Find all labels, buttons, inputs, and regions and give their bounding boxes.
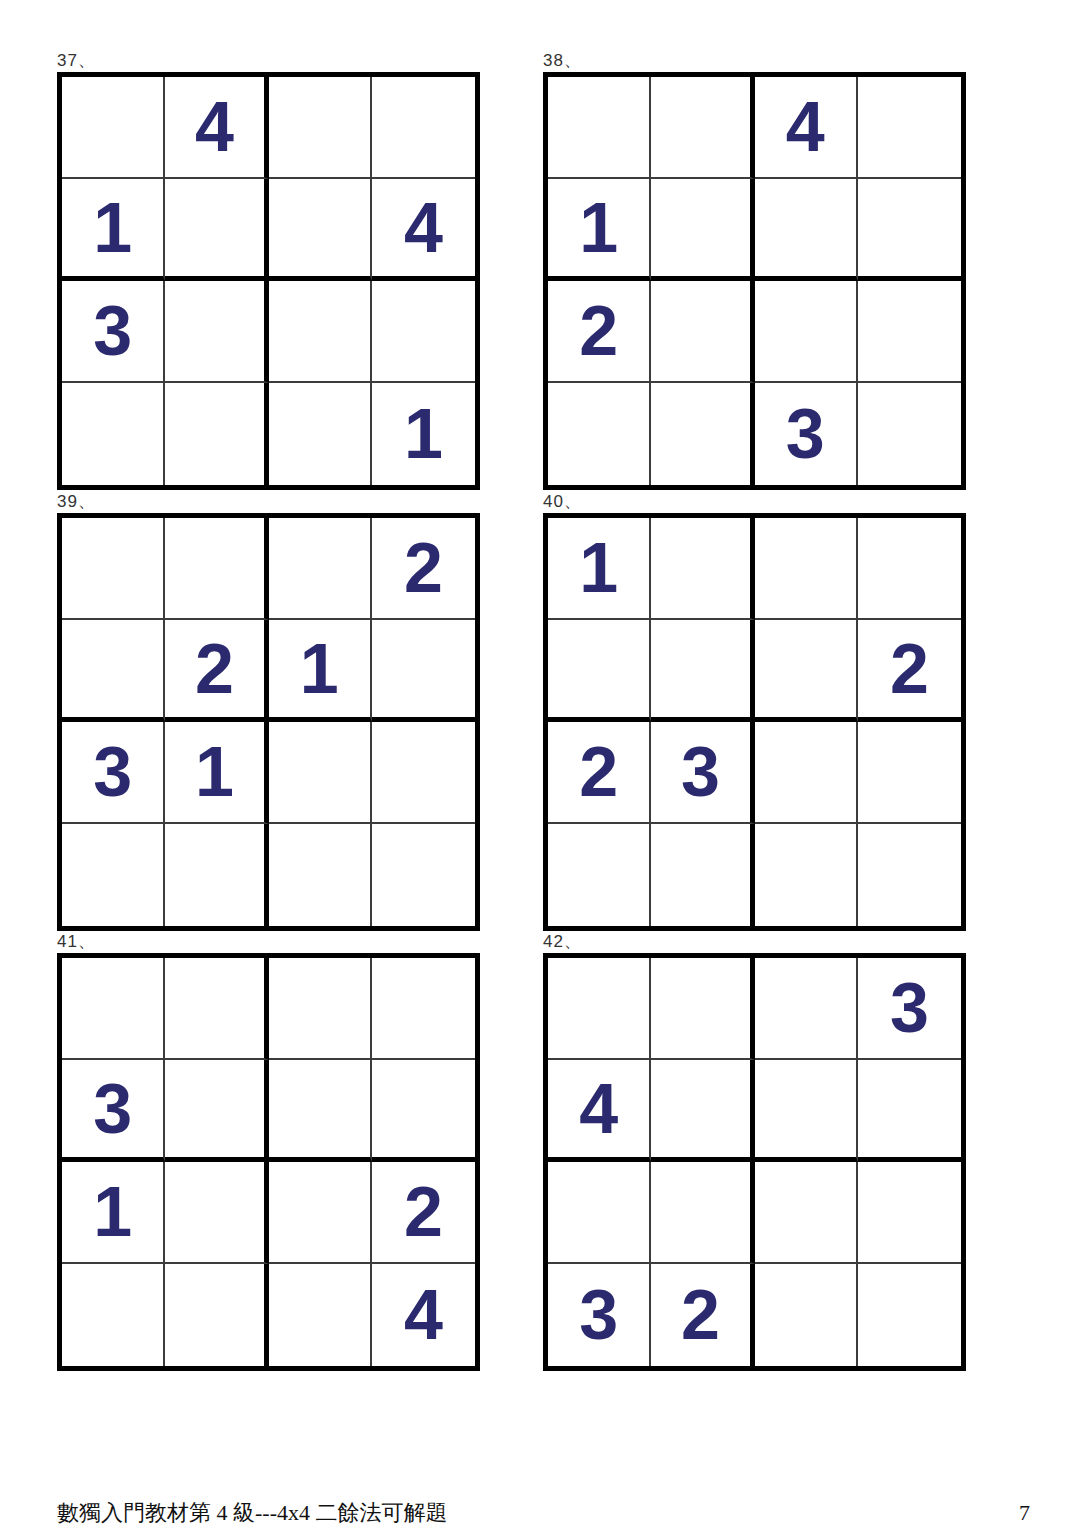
sudoku-38-cell-r4c2[interactable] (651, 383, 754, 485)
sudoku-37-cell-r4c4[interactable]: 1 (372, 383, 475, 485)
sudoku-38-cell-r3c1[interactable]: 2 (548, 281, 651, 383)
puzzle-40-number-label: 40、 (543, 492, 966, 512)
sudoku-40-cell-r4c1[interactable] (548, 824, 651, 926)
sudoku-39-cell-r2c4[interactable] (372, 620, 475, 722)
sudoku-37-cell-r3c3[interactable] (269, 281, 372, 383)
sudoku-39-cell-r4c4[interactable] (372, 824, 475, 926)
sudoku-42-cell-r1c1[interactable] (548, 958, 651, 1060)
sudoku-41-cell-r4c1[interactable] (62, 1264, 165, 1366)
sudoku-board-37: 41431 (57, 72, 480, 490)
sudoku-38-cell-r1c1[interactable] (548, 77, 651, 179)
sudoku-37-cell-r1c1[interactable] (62, 77, 165, 179)
sudoku-40-cell-r4c2[interactable] (651, 824, 754, 926)
puzzle-39-number-label: 39、 (57, 492, 480, 512)
puzzle-39: 39、 22131 (57, 492, 480, 931)
sudoku-40-cell-r4c3[interactable] (755, 824, 858, 926)
sudoku-37-cell-r1c3[interactable] (269, 77, 372, 179)
sudoku-41-cell-r2c3[interactable] (269, 1060, 372, 1162)
sudoku-41-cell-r2c1[interactable]: 3 (62, 1060, 165, 1162)
puzzle-40: 40、 1223 (543, 492, 966, 931)
sudoku-40-cell-r4c4[interactable] (858, 824, 961, 926)
sudoku-38-cell-r2c2[interactable] (651, 179, 754, 281)
sudoku-42-cell-r2c3[interactable] (755, 1060, 858, 1162)
sudoku-38-cell-r3c2[interactable] (651, 281, 754, 383)
sudoku-37-cell-r3c1[interactable]: 3 (62, 281, 165, 383)
sudoku-40-cell-r1c2[interactable] (651, 518, 754, 620)
sudoku-41-cell-r1c2[interactable] (165, 958, 268, 1060)
sudoku-41-cell-r3c4[interactable]: 2 (372, 1162, 475, 1264)
sudoku-40-cell-r3c4[interactable] (858, 722, 961, 824)
sudoku-39-cell-r3c2[interactable]: 1 (165, 722, 268, 824)
puzzle-38: 38、 4123 (543, 51, 966, 490)
puzzle-41-number-label: 41、 (57, 932, 480, 952)
sudoku-37-cell-r3c4[interactable] (372, 281, 475, 383)
sudoku-board-40: 1223 (543, 513, 966, 931)
sudoku-board-38: 4123 (543, 72, 966, 490)
sudoku-38-cell-r1c4[interactable] (858, 77, 961, 179)
sudoku-40-cell-r2c2[interactable] (651, 620, 754, 722)
sudoku-42-cell-r1c4[interactable]: 3 (858, 958, 961, 1060)
page-footer: 數獨入門教材第 4 級---4x4 二餘法可解題 7 (57, 1498, 1030, 1528)
sudoku-39-cell-r3c4[interactable] (372, 722, 475, 824)
sudoku-41-cell-r4c2[interactable] (165, 1264, 268, 1366)
sudoku-42-cell-r1c3[interactable] (755, 958, 858, 1060)
sudoku-37-cell-r1c4[interactable] (372, 77, 475, 179)
sudoku-38-cell-r4c4[interactable] (858, 383, 961, 485)
sudoku-37-cell-r4c2[interactable] (165, 383, 268, 485)
sudoku-41-cell-r1c4[interactable] (372, 958, 475, 1060)
sudoku-42-cell-r2c4[interactable] (858, 1060, 961, 1162)
sudoku-37-cell-r4c3[interactable] (269, 383, 372, 485)
sudoku-40-cell-r2c3[interactable] (755, 620, 858, 722)
sudoku-39-cell-r1c2[interactable] (165, 518, 268, 620)
sudoku-37-cell-r4c1[interactable] (62, 383, 165, 485)
sudoku-37-cell-r2c4[interactable]: 4 (372, 179, 475, 281)
sudoku-40-cell-r1c4[interactable] (858, 518, 961, 620)
sudoku-42-cell-r3c4[interactable] (858, 1162, 961, 1264)
sudoku-41-cell-r1c1[interactable] (62, 958, 165, 1060)
sudoku-41-cell-r1c3[interactable] (269, 958, 372, 1060)
sudoku-39-cell-r1c1[interactable] (62, 518, 165, 620)
puzzle-38-number-label: 38、 (543, 51, 966, 71)
puzzle-42-number-label: 42、 (543, 932, 966, 952)
puzzle-41: 41、 3124 (57, 932, 480, 1371)
sudoku-40-cell-r2c1[interactable] (548, 620, 651, 722)
page-number: 7 (1019, 1500, 1030, 1526)
sudoku-42-cell-r1c2[interactable] (651, 958, 754, 1060)
sudoku-38-cell-r4c3[interactable]: 3 (755, 383, 858, 485)
sudoku-38-cell-r2c4[interactable] (858, 179, 961, 281)
sudoku-37-cell-r2c3[interactable] (269, 179, 372, 281)
sudoku-42-cell-r3c2[interactable] (651, 1162, 754, 1264)
sudoku-41-cell-r3c1[interactable]: 1 (62, 1162, 165, 1264)
puzzle-37-number-label: 37、 (57, 51, 480, 71)
puzzle-42: 42、 3432 (543, 932, 966, 1371)
sudoku-39-cell-r3c3[interactable] (269, 722, 372, 824)
sudoku-39-cell-r2c3[interactable]: 1 (269, 620, 372, 722)
sudoku-42-cell-r4c3[interactable] (755, 1264, 858, 1366)
sudoku-38-cell-r1c2[interactable] (651, 77, 754, 179)
sudoku-42-cell-r3c1[interactable] (548, 1162, 651, 1264)
sudoku-41-cell-r3c3[interactable] (269, 1162, 372, 1264)
sudoku-39-cell-r2c2[interactable]: 2 (165, 620, 268, 722)
sudoku-38-cell-r3c3[interactable] (755, 281, 858, 383)
sudoku-39-cell-r3c1[interactable]: 3 (62, 722, 165, 824)
sudoku-40-cell-r1c3[interactable] (755, 518, 858, 620)
sudoku-42-cell-r4c4[interactable] (858, 1264, 961, 1366)
sudoku-38-cell-r3c4[interactable] (858, 281, 961, 383)
sudoku-board-39: 22131 (57, 513, 480, 931)
sudoku-37-cell-r1c2[interactable]: 4 (165, 77, 268, 179)
sudoku-42-cell-r4c1[interactable]: 3 (548, 1264, 651, 1366)
sudoku-37-cell-r2c1[interactable]: 1 (62, 179, 165, 281)
sudoku-38-cell-r2c1[interactable]: 1 (548, 179, 651, 281)
sudoku-40-cell-r2c4[interactable]: 2 (858, 620, 961, 722)
sudoku-40-cell-r1c1[interactable]: 1 (548, 518, 651, 620)
sudoku-39-cell-r1c3[interactable] (269, 518, 372, 620)
sudoku-39-cell-r1c4[interactable]: 2 (372, 518, 475, 620)
sudoku-39-cell-r4c1[interactable] (62, 824, 165, 926)
sudoku-37-cell-r2c2[interactable] (165, 179, 268, 281)
sudoku-board-41: 3124 (57, 953, 480, 1371)
sudoku-41-cell-r2c4[interactable] (372, 1060, 475, 1162)
sudoku-41-cell-r4c3[interactable] (269, 1264, 372, 1366)
sudoku-40-cell-r3c2[interactable]: 3 (651, 722, 754, 824)
sudoku-board-42: 3432 (543, 953, 966, 1371)
sudoku-37-cell-r3c2[interactable] (165, 281, 268, 383)
sudoku-42-cell-r2c1[interactable]: 4 (548, 1060, 651, 1162)
sudoku-42-cell-r3c3[interactable] (755, 1162, 858, 1264)
sudoku-41-cell-r4c4[interactable]: 4 (372, 1264, 475, 1366)
sudoku-39-cell-r4c3[interactable] (269, 824, 372, 926)
sudoku-38-cell-r1c3[interactable]: 4 (755, 77, 858, 179)
sudoku-41-cell-r3c2[interactable] (165, 1162, 268, 1264)
sudoku-39-cell-r2c1[interactable] (62, 620, 165, 722)
footer-title: 數獨入門教材第 4 級---4x4 二餘法可解題 (57, 1498, 447, 1528)
sudoku-38-cell-r4c1[interactable] (548, 383, 651, 485)
sudoku-38-cell-r2c3[interactable] (755, 179, 858, 281)
puzzle-37: 37、 41431 (57, 51, 480, 490)
sudoku-40-cell-r3c3[interactable] (755, 722, 858, 824)
sudoku-42-cell-r2c2[interactable] (651, 1060, 754, 1162)
sudoku-40-cell-r3c1[interactable]: 2 (548, 722, 651, 824)
sudoku-42-cell-r4c2[interactable]: 2 (651, 1264, 754, 1366)
sudoku-41-cell-r2c2[interactable] (165, 1060, 268, 1162)
sudoku-39-cell-r4c2[interactable] (165, 824, 268, 926)
